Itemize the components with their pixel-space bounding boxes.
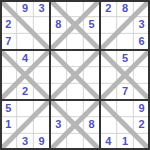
- cell-r3c4[interactable]: [50, 33, 67, 50]
- cell-r9c9[interactable]: [133, 133, 150, 150]
- cell-r3c6[interactable]: [83, 33, 100, 50]
- cell-r8c7[interactable]: [100, 117, 117, 134]
- cell-r5c3[interactable]: [33, 67, 50, 84]
- cell-r2c5[interactable]: [67, 17, 84, 34]
- cell-r8c4[interactable]: 3: [50, 117, 67, 134]
- cell-r8c3[interactable]: [33, 117, 50, 134]
- cell-r5c5[interactable]: [67, 67, 84, 84]
- cell-r6c7[interactable]: [100, 83, 117, 100]
- cell-r1c1[interactable]: [0, 0, 17, 17]
- cell-r4c6[interactable]: [83, 50, 100, 67]
- cell-r7c6[interactable]: [83, 100, 100, 117]
- cell-r4c2[interactable]: 4: [17, 50, 34, 67]
- cell-r8c2[interactable]: [17, 117, 34, 134]
- cell-r2c8[interactable]: [117, 17, 134, 34]
- cell-r9c6[interactable]: [83, 133, 100, 150]
- cell-r2c9[interactable]: 3: [133, 17, 150, 34]
- cell-r2c6[interactable]: 5: [83, 17, 100, 34]
- cell-r7c7[interactable]: [100, 100, 117, 117]
- cell-r6c2[interactable]: 2: [17, 83, 34, 100]
- cell-r7c2[interactable]: [17, 100, 34, 117]
- cell-r8c6[interactable]: 8: [83, 117, 100, 134]
- cell-r4c4[interactable]: [50, 50, 67, 67]
- cell-r2c7[interactable]: [100, 17, 117, 34]
- cell-r9c8[interactable]: 1: [117, 133, 134, 150]
- cell-r5c7[interactable]: [100, 67, 117, 84]
- cell-r7c9[interactable]: 9: [133, 100, 150, 117]
- cell-r1c2[interactable]: 9: [17, 0, 34, 17]
- cells-layer: 932828537645275913823941: [0, 0, 150, 150]
- cell-r3c1[interactable]: 7: [0, 33, 17, 50]
- cell-r7c3[interactable]: [33, 100, 50, 117]
- cell-r5c4[interactable]: [50, 67, 67, 84]
- cell-r2c2[interactable]: [17, 17, 34, 34]
- cell-r1c9[interactable]: [133, 0, 150, 17]
- cell-r3c7[interactable]: [100, 33, 117, 50]
- cell-r9c3[interactable]: 9: [33, 133, 50, 150]
- cell-r4c3[interactable]: [33, 50, 50, 67]
- cell-r5c9[interactable]: [133, 67, 150, 84]
- sudoku-board: 932828537645275913823941: [0, 0, 150, 150]
- cell-r8c8[interactable]: [117, 117, 134, 134]
- cell-r6c9[interactable]: [133, 83, 150, 100]
- cell-r6c1[interactable]: [0, 83, 17, 100]
- cell-r6c3[interactable]: [33, 83, 50, 100]
- cell-r3c8[interactable]: [117, 33, 134, 50]
- cell-r2c1[interactable]: 2: [0, 17, 17, 34]
- cell-r3c5[interactable]: [67, 33, 84, 50]
- cell-r6c6[interactable]: [83, 83, 100, 100]
- cell-r7c5[interactable]: [67, 100, 84, 117]
- cell-r5c2[interactable]: [17, 67, 34, 84]
- cell-r3c3[interactable]: [33, 33, 50, 50]
- cell-r9c1[interactable]: [0, 133, 17, 150]
- cell-r9c5[interactable]: [67, 133, 84, 150]
- cell-r2c4[interactable]: 8: [50, 17, 67, 34]
- cell-r8c1[interactable]: 1: [0, 117, 17, 134]
- cell-r8c5[interactable]: [67, 117, 84, 134]
- cell-r5c8[interactable]: [117, 67, 134, 84]
- cell-r1c8[interactable]: 8: [117, 0, 134, 17]
- cell-r8c9[interactable]: 2: [133, 117, 150, 134]
- cell-r7c8[interactable]: [117, 100, 134, 117]
- cell-r1c4[interactable]: [50, 0, 67, 17]
- cell-r3c9[interactable]: 6: [133, 33, 150, 50]
- cell-r5c1[interactable]: [0, 67, 17, 84]
- cell-r1c3[interactable]: 3: [33, 0, 50, 17]
- cell-r2c3[interactable]: [33, 17, 50, 34]
- cell-r4c8[interactable]: 5: [117, 50, 134, 67]
- cell-r6c5[interactable]: [67, 83, 84, 100]
- cell-r9c7[interactable]: 4: [100, 133, 117, 150]
- cell-r9c2[interactable]: 3: [17, 133, 34, 150]
- cell-r6c8[interactable]: 7: [117, 83, 134, 100]
- cell-r7c4[interactable]: [50, 100, 67, 117]
- cell-r7c1[interactable]: 5: [0, 100, 17, 117]
- cell-r9c4[interactable]: [50, 133, 67, 150]
- cell-r6c4[interactable]: [50, 83, 67, 100]
- cell-r1c5[interactable]: [67, 0, 84, 17]
- cell-r4c9[interactable]: [133, 50, 150, 67]
- cell-r4c1[interactable]: [0, 50, 17, 67]
- cell-r3c2[interactable]: [17, 33, 34, 50]
- cell-r4c5[interactable]: [67, 50, 84, 67]
- cell-r4c7[interactable]: [100, 50, 117, 67]
- cell-r5c6[interactable]: [83, 67, 100, 84]
- cell-r1c7[interactable]: 2: [100, 0, 117, 17]
- cell-r1c6[interactable]: [83, 0, 100, 17]
